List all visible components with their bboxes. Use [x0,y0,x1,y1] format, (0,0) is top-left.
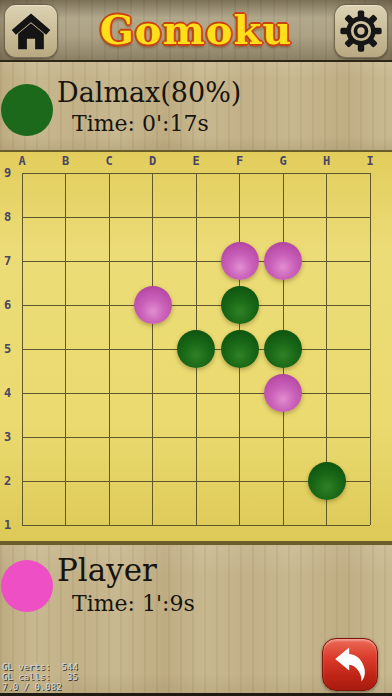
board-row-label: 2 [4,473,20,489]
opponent-panel: Dalmax(80%) Time: 0':17s [0,62,392,150]
board-col-label: C [99,153,119,169]
player-panel: Player Time: 1':9s GL verts: 544 GL call… [0,545,392,696]
opponent-name: Dalmax(80%) [57,79,241,106]
home-button[interactable] [4,4,58,58]
stone-green-E5 [177,330,215,368]
board-col-label: H [317,153,337,169]
board-col-label: F [230,153,250,169]
board-col-label: E [186,153,206,169]
opponent-time: Time: 0':17s [72,113,209,135]
board-row-label: 3 [4,429,20,445]
board-row-label: 8 [4,209,20,225]
stone-green-H2 [308,462,346,500]
top-bar: Gomoku [0,0,392,62]
board-row-label: 6 [4,297,20,313]
grid-line-horizontal [22,437,370,438]
grid-line-horizontal [22,217,370,218]
gear-icon [339,9,383,53]
grid-line-horizontal [22,261,370,262]
home-icon [9,9,53,53]
stone-magenta-G4 [264,374,302,412]
player-time: Time: 1':9s [72,593,195,615]
board-col-label: G [273,153,293,169]
stone-green-G5 [264,330,302,368]
board-row-label: 5 [4,341,20,357]
gomoku-app-screen: Gomoku [0,0,392,696]
grid-line-horizontal [22,173,370,174]
stone-green-F6 [221,286,259,324]
board-row-label: 4 [4,385,20,401]
player-name: Player [57,555,157,586]
grid-line-horizontal [22,305,370,306]
opponent-stone-avatar [1,84,53,136]
stone-magenta-F7 [221,242,259,280]
undo-button[interactable] [322,638,378,691]
undo-arrow-icon [327,641,373,689]
stone-magenta-D6 [134,286,172,324]
player-stone-avatar [1,560,53,612]
board-row-label: 1 [4,517,20,533]
board-col-label: I [360,153,380,169]
stone-green-F5 [221,330,259,368]
grid-line-horizontal [22,525,370,526]
stone-magenta-G7 [264,242,302,280]
grid-line-horizontal [22,393,370,394]
board-col-label: D [143,153,163,169]
gl-debug-overlay: GL verts: 544 GL calls: 35 7.0 / 0.082 [2,662,78,692]
board-row-label: 7 [4,253,20,269]
board-col-label: B [56,153,76,169]
board-row-label: 9 [4,165,20,181]
settings-button[interactable] [334,4,388,58]
board[interactable]: ABCDEFGHI987654321 [0,150,392,545]
